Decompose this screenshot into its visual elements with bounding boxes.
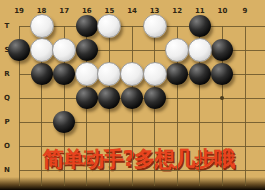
white-stone [75, 62, 99, 86]
black-stone [144, 87, 166, 109]
bottom-vignette [0, 177, 265, 190]
black-stone [211, 63, 233, 85]
white-stone [143, 62, 167, 86]
column-label: 10 [218, 8, 228, 15]
column-label: 9 [243, 8, 248, 15]
white-stone [30, 38, 54, 62]
row-label: O [4, 143, 10, 150]
column-label: 17 [59, 8, 69, 15]
black-stone [166, 63, 188, 85]
black-stone [8, 39, 30, 61]
black-stone [76, 15, 98, 37]
row-label: R [4, 71, 9, 78]
black-stone [98, 87, 120, 109]
go-board[interactable]: 简单动手?多想几步哦 191817161514131211109TSRQPON [0, 0, 265, 190]
go-app-screenshot: 简单动手?多想几步哦 191817161514131211109TSRQPON [0, 0, 265, 190]
white-stone [52, 38, 76, 62]
white-stone [30, 14, 54, 38]
black-stone [53, 111, 75, 133]
grid-horizontal-line [19, 170, 265, 171]
white-stone [97, 62, 121, 86]
black-stone [189, 15, 211, 37]
black-stone [31, 63, 53, 85]
column-label: 12 [172, 8, 182, 15]
white-stone [188, 38, 212, 62]
white-stone [143, 14, 167, 38]
row-label: N [4, 167, 10, 174]
column-label: 19 [14, 8, 24, 15]
white-stone [165, 38, 189, 62]
black-stone [76, 87, 98, 109]
black-stone [189, 63, 211, 85]
star-point [220, 96, 224, 100]
row-label: Q [4, 95, 10, 102]
black-stone [53, 63, 75, 85]
column-label: 11 [195, 8, 205, 15]
white-stone [120, 62, 144, 86]
column-label: 16 [82, 8, 92, 15]
black-stone [76, 39, 98, 61]
white-stone [97, 14, 121, 38]
row-label: P [4, 119, 9, 126]
column-label: 14 [127, 8, 137, 15]
row-label: T [5, 23, 10, 30]
black-stone [121, 87, 143, 109]
black-stone [211, 39, 233, 61]
grid-horizontal-line [19, 146, 265, 147]
